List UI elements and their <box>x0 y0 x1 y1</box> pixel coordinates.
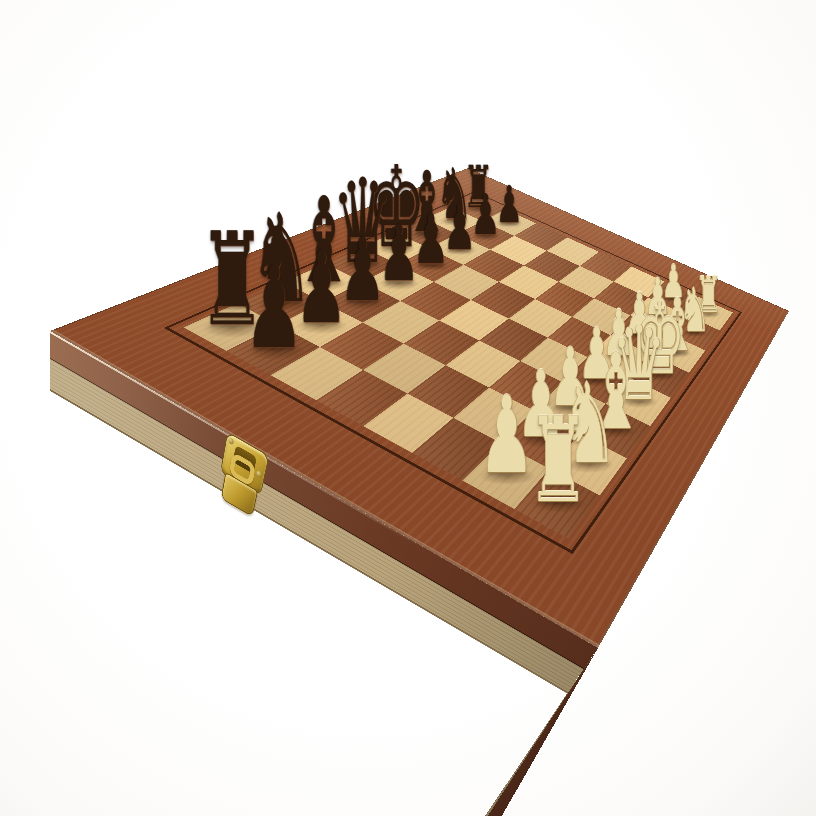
piece-black-pawn-a7[interactable]: ♟ <box>241 251 308 365</box>
scene: ♜♞♝♛♚♝♞♜♟♟♟♟♟♟♟♟♟♟♟♟♟♟♟♟♜♞♝♛♚♝♞♜ <box>0 0 816 816</box>
piece-white-rook-a1[interactable]: ♜ <box>524 401 593 519</box>
